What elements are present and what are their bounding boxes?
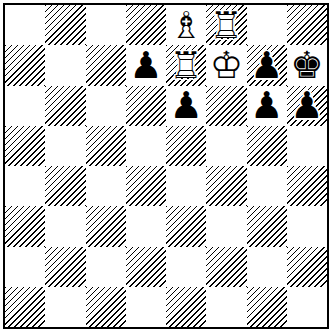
square-h2[interactable] — [287, 247, 327, 287]
square-e8[interactable]: ♝♗ — [166, 5, 206, 45]
board-frame: ♝♗♜♖♟♟♜♖♚♔♟♟♚♚♟♟♟♟♟♟ — [3, 3, 329, 329]
black-pawn[interactable]: ♟♟ — [287, 86, 327, 126]
square-b3[interactable] — [45, 206, 85, 246]
square-e7[interactable]: ♜♖ — [166, 45, 206, 85]
black-pawn-glyph: ♟ — [126, 45, 166, 85]
white-rook[interactable]: ♜♖ — [166, 45, 206, 85]
square-c1[interactable] — [86, 287, 126, 327]
square-c5[interactable] — [86, 126, 126, 166]
square-a4[interactable] — [5, 166, 45, 206]
white-bishop[interactable]: ♝♗ — [166, 5, 206, 45]
square-g2[interactable] — [247, 247, 287, 287]
chess-board: ♝♗♜♖♟♟♜♖♚♔♟♟♚♚♟♟♟♟♟♟ — [5, 5, 327, 327]
square-a1[interactable] — [5, 287, 45, 327]
square-h8[interactable] — [287, 5, 327, 45]
square-h4[interactable] — [287, 166, 327, 206]
black-king-glyph: ♚ — [287, 45, 327, 85]
square-g6[interactable]: ♟♟ — [247, 86, 287, 126]
black-pawn[interactable]: ♟♟ — [126, 45, 166, 85]
square-h6[interactable]: ♟♟ — [287, 86, 327, 126]
square-g4[interactable] — [247, 166, 287, 206]
square-a5[interactable] — [5, 126, 45, 166]
black-pawn-glyph: ♟ — [247, 86, 287, 126]
square-f6[interactable] — [206, 86, 246, 126]
square-e4[interactable] — [166, 166, 206, 206]
square-d1[interactable] — [126, 287, 166, 327]
white-rook[interactable]: ♜♖ — [206, 5, 246, 45]
square-b6[interactable] — [45, 86, 85, 126]
square-d3[interactable] — [126, 206, 166, 246]
square-g1[interactable] — [247, 287, 287, 327]
black-pawn-glyph: ♟ — [247, 45, 287, 85]
square-a3[interactable] — [5, 206, 45, 246]
white-rook-glyph: ♖ — [166, 45, 206, 85]
square-b2[interactable] — [45, 247, 85, 287]
square-c4[interactable] — [86, 166, 126, 206]
square-d6[interactable] — [126, 86, 166, 126]
black-pawn[interactable]: ♟♟ — [247, 45, 287, 85]
square-g3[interactable] — [247, 206, 287, 246]
black-pawn-glyph: ♟ — [287, 86, 327, 126]
square-f4[interactable] — [206, 166, 246, 206]
square-h3[interactable] — [287, 206, 327, 246]
square-f1[interactable] — [206, 287, 246, 327]
square-a8[interactable] — [5, 5, 45, 45]
black-king[interactable]: ♚♚ — [287, 45, 327, 85]
square-g5[interactable] — [247, 126, 287, 166]
square-f3[interactable] — [206, 206, 246, 246]
square-e3[interactable] — [166, 206, 206, 246]
white-king-glyph: ♔ — [206, 45, 246, 85]
square-d4[interactable] — [126, 166, 166, 206]
square-d7[interactable]: ♟♟ — [126, 45, 166, 85]
square-c8[interactable] — [86, 5, 126, 45]
square-g8[interactable] — [247, 5, 287, 45]
square-c2[interactable] — [86, 247, 126, 287]
square-b8[interactable] — [45, 5, 85, 45]
black-pawn-glyph: ♟ — [166, 86, 206, 126]
square-f5[interactable] — [206, 126, 246, 166]
square-b1[interactable] — [45, 287, 85, 327]
square-e2[interactable] — [166, 247, 206, 287]
square-a7[interactable] — [5, 45, 45, 85]
white-bishop-glyph: ♗ — [166, 5, 206, 45]
chess-diagram: ♝♗♜♖♟♟♜♖♚♔♟♟♚♚♟♟♟♟♟♟ — [0, 0, 332, 332]
white-king[interactable]: ♚♔ — [206, 45, 246, 85]
square-h1[interactable] — [287, 287, 327, 327]
square-d5[interactable] — [126, 126, 166, 166]
square-h5[interactable] — [287, 126, 327, 166]
black-pawn[interactable]: ♟♟ — [247, 86, 287, 126]
square-e6[interactable]: ♟♟ — [166, 86, 206, 126]
square-b5[interactable] — [45, 126, 85, 166]
square-d2[interactable] — [126, 247, 166, 287]
square-a2[interactable] — [5, 247, 45, 287]
white-rook-glyph: ♖ — [206, 5, 246, 45]
square-f8[interactable]: ♜♖ — [206, 5, 246, 45]
square-a6[interactable] — [5, 86, 45, 126]
square-f7[interactable]: ♚♔ — [206, 45, 246, 85]
square-g7[interactable]: ♟♟ — [247, 45, 287, 85]
square-e5[interactable] — [166, 126, 206, 166]
square-d8[interactable] — [126, 5, 166, 45]
square-b7[interactable] — [45, 45, 85, 85]
square-c6[interactable] — [86, 86, 126, 126]
square-f2[interactable] — [206, 247, 246, 287]
square-c3[interactable] — [86, 206, 126, 246]
square-b4[interactable] — [45, 166, 85, 206]
square-h7[interactable]: ♚♚ — [287, 45, 327, 85]
square-c7[interactable] — [86, 45, 126, 85]
square-e1[interactable] — [166, 287, 206, 327]
black-pawn[interactable]: ♟♟ — [166, 86, 206, 126]
